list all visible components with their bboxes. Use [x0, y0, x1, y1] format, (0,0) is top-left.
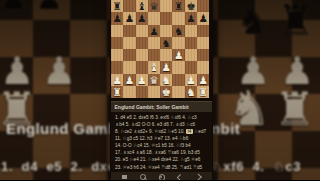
square-h5[interactable] [197, 37, 209, 49]
piece-black-pawn: ♟ [185, 12, 197, 25]
square-e3[interactable]: ♟ [160, 61, 172, 73]
square-g8[interactable]: ♚ [185, 0, 197, 12]
square-g6[interactable] [185, 25, 197, 37]
stop-button[interactable] [121, 174, 128, 181]
square-c4[interactable] [136, 49, 148, 61]
square-a2[interactable]: ♟ [111, 74, 123, 86]
square-e8[interactable] [160, 0, 172, 12]
square-b4[interactable] [123, 49, 135, 61]
square-b2[interactable]: ♟ [123, 74, 135, 86]
square-h1[interactable]: ♜ [197, 86, 209, 98]
square-e1[interactable]: ♚ [160, 86, 172, 98]
square-h6[interactable] [197, 25, 209, 37]
piece-black-bishop: ♝ [136, 0, 148, 13]
square-a8[interactable]: ♜ [111, 0, 123, 12]
piece-white-knight: ♞ [160, 74, 172, 87]
square-c8[interactable]: ♝ [136, 0, 148, 12]
square-f2[interactable] [172, 74, 184, 86]
move-line[interactable]: 23. ♕e3 h6 24. ♕xe4 ♖d8 25. ♖ad1 ♖d5 [115, 164, 212, 171]
move-line[interactable]: 14. O-O ♘c4 15. ♕c1 b5 16. ♘f3 b4 [115, 142, 212, 149]
square-b5[interactable] [123, 37, 135, 49]
square-f5[interactable] [172, 37, 184, 49]
piece-white-pawn: ♟ [123, 74, 135, 87]
square-b6[interactable] [123, 25, 135, 37]
square-a4[interactable] [111, 49, 123, 61]
square-d5[interactable] [148, 37, 160, 49]
chess-app-panel: ♜♝♛♜♚♟♟♟♟♟♟♞♞♟♝♟♟♟♟♛♞♟♟♜♚♞♜ Englund Gamb… [110, 0, 213, 180]
square-b7[interactable]: ♟ [123, 12, 135, 24]
chevron-right-icon [195, 174, 201, 180]
next-move-button[interactable] [195, 174, 202, 181]
piece-black-queen: ♛ [148, 0, 160, 13]
square-a7[interactable]: ♟ [111, 12, 123, 24]
square-a3[interactable] [111, 61, 123, 73]
square-f4[interactable]: ♟ [172, 49, 184, 61]
square-g3[interactable] [185, 61, 197, 73]
square-g4[interactable] [185, 49, 197, 61]
square-c6[interactable] [136, 25, 148, 37]
square-a5[interactable] [111, 37, 123, 49]
move-line[interactable]: 11. ♘g3 c5 12. h3 ♕e7 13. e4 ♘b6 [115, 135, 212, 142]
piece-black-pawn: ♟ [111, 12, 123, 25]
square-c5[interactable] [136, 37, 148, 49]
piece-black-rook: ♜ [172, 0, 184, 13]
square-c1[interactable] [136, 86, 148, 98]
square-d3[interactable]: ♝ [148, 61, 160, 73]
square-b3[interactable] [123, 61, 135, 73]
piece-white-pawn: ♟ [111, 74, 123, 87]
square-d8[interactable]: ♛ [148, 0, 160, 12]
square-h4[interactable] [197, 49, 209, 61]
square-a6[interactable] [111, 25, 123, 37]
square-e2[interactable]: ♞ [160, 74, 172, 86]
square-d4[interactable] [148, 49, 160, 61]
square-e5[interactable]: ♞ [160, 37, 172, 49]
piece-white-bishop: ♝ [148, 61, 160, 74]
move-line[interactable]: 17. ♗xc4 ♗a6 18. ♗xa6 ♖xa6 19. b3 d5 [115, 149, 212, 156]
piece-black-pawn: ♟ [136, 12, 148, 25]
square-d7[interactable] [148, 12, 160, 24]
piece-white-pawn: ♟ [197, 74, 209, 87]
square-c3[interactable] [136, 61, 148, 73]
square-h3[interactable] [197, 61, 209, 73]
piece-black-rook: ♜ [111, 0, 123, 13]
playback-toolbar [111, 172, 212, 181]
piece-white-pawn: ♟ [172, 49, 184, 62]
opening-header-bar: Englund Gambit; Soller Gambit [111, 101, 212, 113]
square-d1[interactable] [148, 86, 160, 98]
square-f3[interactable] [172, 61, 184, 73]
square-g2[interactable]: ♟ [185, 74, 197, 86]
piece-black-knight: ♞ [172, 25, 184, 38]
square-a1[interactable]: ♜ [111, 86, 123, 98]
move-line[interactable]: ♗b4 5. ♗d2 O-O 6. e3 d6 7. ♗d3 ♘c6 [115, 121, 212, 128]
piece-white-king: ♚ [160, 86, 172, 99]
square-h8[interactable] [197, 0, 209, 12]
chess-board[interactable]: ♜♝♛♜♚♟♟♟♟♟♟♞♞♟♝♟♟♟♟♛♞♟♟♜♚♞♜ [111, 0, 209, 98]
square-c2[interactable]: ♟ [136, 74, 148, 86]
square-e4[interactable] [160, 49, 172, 61]
square-g5[interactable] [185, 37, 197, 49]
square-b8[interactable] [123, 0, 135, 12]
piece-white-pawn: ♟ [160, 61, 172, 74]
square-d6[interactable]: ♟ [148, 25, 160, 37]
search-button[interactable] [140, 174, 147, 181]
square-e7[interactable] [160, 12, 172, 24]
piece-black-pawn: ♟ [123, 12, 135, 25]
stop-icon [122, 175, 127, 180]
square-c7[interactable]: ♟ [136, 12, 148, 24]
piece-black-king: ♚ [185, 0, 197, 13]
piece-white-rook: ♜ [111, 86, 123, 99]
current-move[interactable]: f4 [186, 129, 193, 134]
square-h2[interactable]: ♟ [197, 74, 209, 86]
square-g7[interactable]: ♟ [185, 12, 197, 24]
piece-white-rook: ♜ [197, 86, 209, 99]
piece-white-pawn: ♟ [185, 74, 197, 87]
move-line[interactable]: 20. e5 ♘e4 21. ♘xe4 dxe4 22. ♘g5 ♕e6 [115, 156, 212, 163]
video-frame: ♟♟♞♜♟♟♟♟♜♞♜ Englund Gambit; Soller Gambi… [0, 0, 320, 180]
move-list[interactable]: 1. d4 e5 2. dxe5 f6 3. exf6 ♘xf6 4. ♘c3♗… [111, 112, 212, 172]
square-g1[interactable]: ♞ [185, 86, 197, 98]
chevron-left-icon [177, 174, 183, 180]
piece-black-pawn: ♟ [197, 12, 209, 25]
square-e6[interactable] [160, 25, 172, 37]
square-b1[interactable] [123, 86, 135, 98]
square-f7[interactable] [172, 12, 184, 24]
move-line[interactable]: 1. d4 e5 2. dxe5 f6 3. exf6 ♘xf6 4. ♘c3 [115, 114, 212, 121]
piece-white-pawn: ♟ [136, 74, 148, 87]
square-f8[interactable]: ♜ [172, 0, 184, 12]
record-button[interactable] [158, 174, 165, 181]
square-h7[interactable]: ♟ [197, 12, 209, 24]
square-f6[interactable]: ♞ [172, 25, 184, 37]
piece-black-pawn: ♟ [148, 25, 160, 38]
opening-title: Englund Gambit; Soller Gambit [111, 102, 212, 113]
square-f1[interactable] [172, 86, 184, 98]
piece-black-knight: ♞ [160, 37, 172, 50]
move-line[interactable]: 8. ♘ce2 ♗xd2+ 9. ♕xd2 ♘e5 10. f4 ♘ed7 [115, 128, 212, 135]
piece-white-queen: ♛ [148, 74, 160, 87]
previous-move-button[interactable] [177, 174, 184, 181]
square-d2[interactable]: ♛ [148, 74, 160, 86]
piece-white-knight: ♞ [185, 86, 197, 99]
